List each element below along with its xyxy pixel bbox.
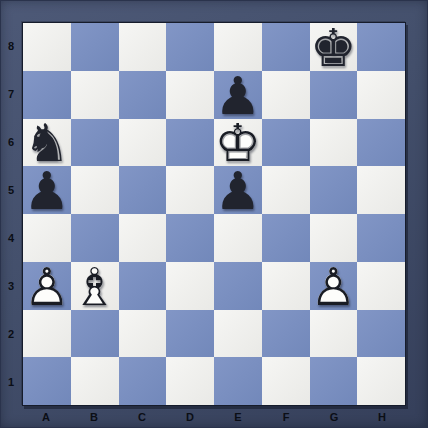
square-g3[interactable]: ♟♙ (310, 262, 358, 310)
file-labels: ABCDEFGH (22, 406, 406, 428)
rank-label-3: 3 (0, 262, 22, 310)
piece-black-knight[interactable]: ♞ (23, 119, 71, 167)
white-pawn-outline-glyph: ♙ (310, 261, 357, 313)
file-label-h: H (358, 406, 406, 428)
square-f2[interactable] (262, 310, 310, 358)
square-d4[interactable] (166, 214, 214, 262)
black-pawn-glyph: ♟ (24, 165, 71, 217)
square-e7[interactable]: ♟ (214, 71, 262, 119)
square-a4[interactable] (23, 214, 71, 262)
square-b8[interactable] (71, 23, 119, 71)
rank-label-1: 1 (0, 358, 22, 406)
square-g8[interactable]: ♚ (310, 23, 358, 71)
white-bishop-outline-glyph: ♗ (71, 261, 118, 313)
square-e2[interactable] (214, 310, 262, 358)
square-e4[interactable] (214, 214, 262, 262)
square-a3[interactable]: ♟♙ (23, 262, 71, 310)
square-d7[interactable] (166, 71, 214, 119)
square-e6[interactable]: ♚♔ (214, 119, 262, 167)
square-a5[interactable]: ♟ (23, 166, 71, 214)
rank-label-7: 7 (0, 70, 22, 118)
square-b3[interactable]: ♝♗ (71, 262, 119, 310)
square-h2[interactable] (357, 310, 405, 358)
piece-black-king[interactable]: ♚ (310, 23, 358, 71)
square-e8[interactable] (214, 23, 262, 71)
piece-black-pawn[interactable]: ♟ (214, 71, 262, 119)
chess-board: ♚♟♞♚♔♟♟♟♙♝♗♟♙ (22, 22, 406, 406)
white-pawn-outline-glyph: ♙ (24, 261, 71, 313)
square-d8[interactable] (166, 23, 214, 71)
square-g4[interactable] (310, 214, 358, 262)
rank-label-5: 5 (0, 166, 22, 214)
square-b1[interactable] (71, 357, 119, 405)
square-c3[interactable] (119, 262, 167, 310)
piece-white-pawn[interactable]: ♟♙ (310, 262, 358, 310)
square-f4[interactable] (262, 214, 310, 262)
square-a6[interactable]: ♞ (23, 119, 71, 167)
square-d5[interactable] (166, 166, 214, 214)
square-g6[interactable] (310, 119, 358, 167)
file-label-c: C (118, 406, 166, 428)
file-label-a: A (22, 406, 70, 428)
square-a1[interactable] (23, 357, 71, 405)
square-c2[interactable] (119, 310, 167, 358)
square-g5[interactable] (310, 166, 358, 214)
file-label-e: E (214, 406, 262, 428)
black-king-glyph: ♚ (310, 22, 357, 74)
square-e5[interactable]: ♟ (214, 166, 262, 214)
square-c6[interactable] (119, 119, 167, 167)
black-pawn-glyph: ♟ (215, 165, 262, 217)
file-label-d: D (166, 406, 214, 428)
piece-black-pawn[interactable]: ♟ (214, 166, 262, 214)
square-e3[interactable] (214, 262, 262, 310)
square-c8[interactable] (119, 23, 167, 71)
square-f1[interactable] (262, 357, 310, 405)
square-a7[interactable] (23, 71, 71, 119)
square-b5[interactable] (71, 166, 119, 214)
rank-label-6: 6 (0, 118, 22, 166)
file-label-g: G (310, 406, 358, 428)
square-d3[interactable] (166, 262, 214, 310)
square-d2[interactable] (166, 310, 214, 358)
square-c1[interactable] (119, 357, 167, 405)
square-e1[interactable] (214, 357, 262, 405)
rank-label-4: 4 (0, 214, 22, 262)
square-h6[interactable] (357, 119, 405, 167)
square-g2[interactable] (310, 310, 358, 358)
square-f5[interactable] (262, 166, 310, 214)
square-f6[interactable] (262, 119, 310, 167)
square-h8[interactable] (357, 23, 405, 71)
square-f7[interactable] (262, 71, 310, 119)
square-b4[interactable] (71, 214, 119, 262)
square-g7[interactable] (310, 71, 358, 119)
square-b7[interactable] (71, 71, 119, 119)
square-h4[interactable] (357, 214, 405, 262)
square-h1[interactable] (357, 357, 405, 405)
square-b2[interactable] (71, 310, 119, 358)
file-label-b: B (70, 406, 118, 428)
square-a2[interactable] (23, 310, 71, 358)
square-f3[interactable] (262, 262, 310, 310)
square-b6[interactable] (71, 119, 119, 167)
square-a8[interactable] (23, 23, 71, 71)
piece-white-bishop[interactable]: ♝♗ (71, 262, 119, 310)
square-h3[interactable] (357, 262, 405, 310)
square-g1[interactable] (310, 357, 358, 405)
square-h5[interactable] (357, 166, 405, 214)
square-d1[interactable] (166, 357, 214, 405)
square-d6[interactable] (166, 119, 214, 167)
square-c4[interactable] (119, 214, 167, 262)
piece-white-pawn[interactable]: ♟♙ (23, 262, 71, 310)
rank-labels: 87654321 (0, 22, 22, 406)
piece-white-king[interactable]: ♚♔ (214, 119, 262, 167)
rank-label-2: 2 (0, 310, 22, 358)
square-f8[interactable] (262, 23, 310, 71)
square-c5[interactable] (119, 166, 167, 214)
file-label-f: F (262, 406, 310, 428)
chess-board-frame: 87654321 ABCDEFGH ♚♟♞♚♔♟♟♟♙♝♗♟♙ (0, 0, 428, 428)
rank-label-8: 8 (0, 22, 22, 70)
piece-black-pawn[interactable]: ♟ (23, 166, 71, 214)
square-h7[interactable] (357, 71, 405, 119)
square-c7[interactable] (119, 71, 167, 119)
